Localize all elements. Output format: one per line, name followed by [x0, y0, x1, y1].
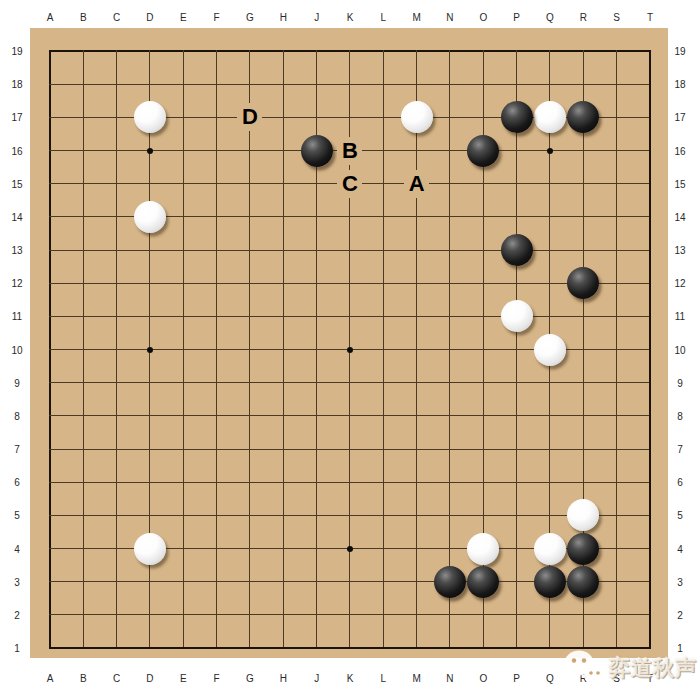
coord-label-bottom-T: T [647, 673, 653, 684]
coord-label-right-7: 7 [677, 444, 683, 455]
coord-label-bottom-S: S [613, 673, 620, 684]
coord-label-top-F: F [214, 12, 220, 23]
coord-label-bottom-G: G [246, 673, 254, 684]
coord-label-left-17: 17 [11, 112, 22, 123]
coord-label-bottom-L: L [381, 673, 387, 684]
coord-label-bottom-O: O [479, 673, 487, 684]
annotation-A-M15[interactable]: A [404, 170, 429, 198]
coord-label-top-M: M [412, 12, 420, 23]
coord-label-left-14: 14 [11, 211, 22, 222]
coord-label-right-6: 6 [677, 477, 683, 488]
coord-label-right-18: 18 [674, 79, 685, 90]
annotation-C-K15[interactable]: C [337, 170, 362, 198]
annotation-B-K16[interactable]: B [337, 137, 362, 165]
coord-label-right-13: 13 [674, 245, 685, 256]
coord-label-right-2: 2 [677, 609, 683, 620]
coord-label-top-L: L [381, 12, 387, 23]
watermark-text: 弈道秋声 [609, 654, 697, 682]
coord-label-top-H: H [280, 12, 287, 23]
coord-label-bottom-P: P [513, 673, 520, 684]
coord-label-right-10: 10 [674, 344, 685, 355]
coord-label-top-E: E [180, 12, 187, 23]
coord-label-left-3: 3 [14, 576, 20, 587]
coord-label-top-Q: Q [546, 12, 554, 23]
coord-label-right-17: 17 [674, 112, 685, 123]
coord-label-left-11: 11 [12, 311, 22, 322]
coord-label-bottom-D: D [146, 673, 153, 684]
coord-label-bottom-B: B [80, 673, 87, 684]
coord-label-right-12: 12 [674, 278, 685, 289]
coord-label-left-19: 19 [11, 46, 22, 57]
coord-label-bottom-M: M [412, 673, 420, 684]
coord-label-top-R: R [580, 12, 587, 23]
coord-label-top-S: S [613, 12, 620, 23]
coord-label-bottom-J: J [314, 673, 319, 684]
coord-label-bottom-R: R [580, 673, 587, 684]
coord-label-top-A: A [47, 12, 54, 23]
coord-label-left-12: 12 [11, 278, 22, 289]
coord-label-right-3: 3 [677, 576, 683, 587]
coord-label-top-J: J [314, 12, 319, 23]
coord-label-top-O: O [479, 12, 487, 23]
go-board[interactable] [30, 28, 668, 658]
coord-label-right-9: 9 [677, 377, 683, 388]
coord-label-right-4: 4 [677, 543, 683, 554]
coord-label-right-11: 11 [675, 311, 685, 322]
coord-label-top-T: T [647, 12, 653, 23]
coord-label-bottom-K: K [347, 673, 354, 684]
coord-label-left-18: 18 [11, 79, 22, 90]
coord-label-left-7: 7 [14, 444, 20, 455]
annotation-D-G17[interactable]: D [237, 103, 262, 131]
coord-label-left-6: 6 [14, 477, 20, 488]
coord-label-bottom-F: F [214, 673, 220, 684]
coord-label-bottom-Q: Q [546, 673, 554, 684]
coord-label-bottom-C: C [113, 673, 120, 684]
coord-label-right-5: 5 [677, 510, 683, 521]
coord-label-right-19: 19 [674, 46, 685, 57]
coord-label-left-1: 1 [14, 643, 20, 654]
go-diagram-page: AABBCCDDEEFFGGHHJJKKLLMMNNOOPPQQRRSSTT19… [0, 0, 700, 700]
coord-label-left-5: 5 [14, 510, 20, 521]
coord-label-top-P: P [513, 12, 520, 23]
coord-label-left-9: 9 [14, 377, 20, 388]
coord-label-left-2: 2 [14, 609, 20, 620]
coord-label-top-K: K [347, 12, 354, 23]
coord-label-right-14: 14 [674, 211, 685, 222]
coord-label-left-4: 4 [14, 543, 20, 554]
coord-label-left-16: 16 [11, 145, 22, 156]
coord-label-left-15: 15 [11, 178, 22, 189]
coord-label-top-G: G [246, 12, 254, 23]
coord-label-right-8: 8 [677, 410, 683, 421]
coord-label-bottom-E: E [180, 673, 187, 684]
coord-label-bottom-N: N [446, 673, 453, 684]
coord-label-bottom-A: A [47, 673, 54, 684]
coord-label-top-N: N [446, 12, 453, 23]
coord-label-top-B: B [80, 12, 87, 23]
coord-label-left-13: 13 [11, 245, 22, 256]
coord-label-left-10: 10 [11, 344, 22, 355]
coord-label-right-1: 1 [677, 643, 683, 654]
coord-label-top-C: C [113, 12, 120, 23]
coord-label-top-D: D [146, 12, 153, 23]
coord-label-right-16: 16 [674, 145, 685, 156]
coord-label-bottom-H: H [280, 673, 287, 684]
coord-label-left-8: 8 [14, 410, 20, 421]
coord-label-right-15: 15 [674, 178, 685, 189]
